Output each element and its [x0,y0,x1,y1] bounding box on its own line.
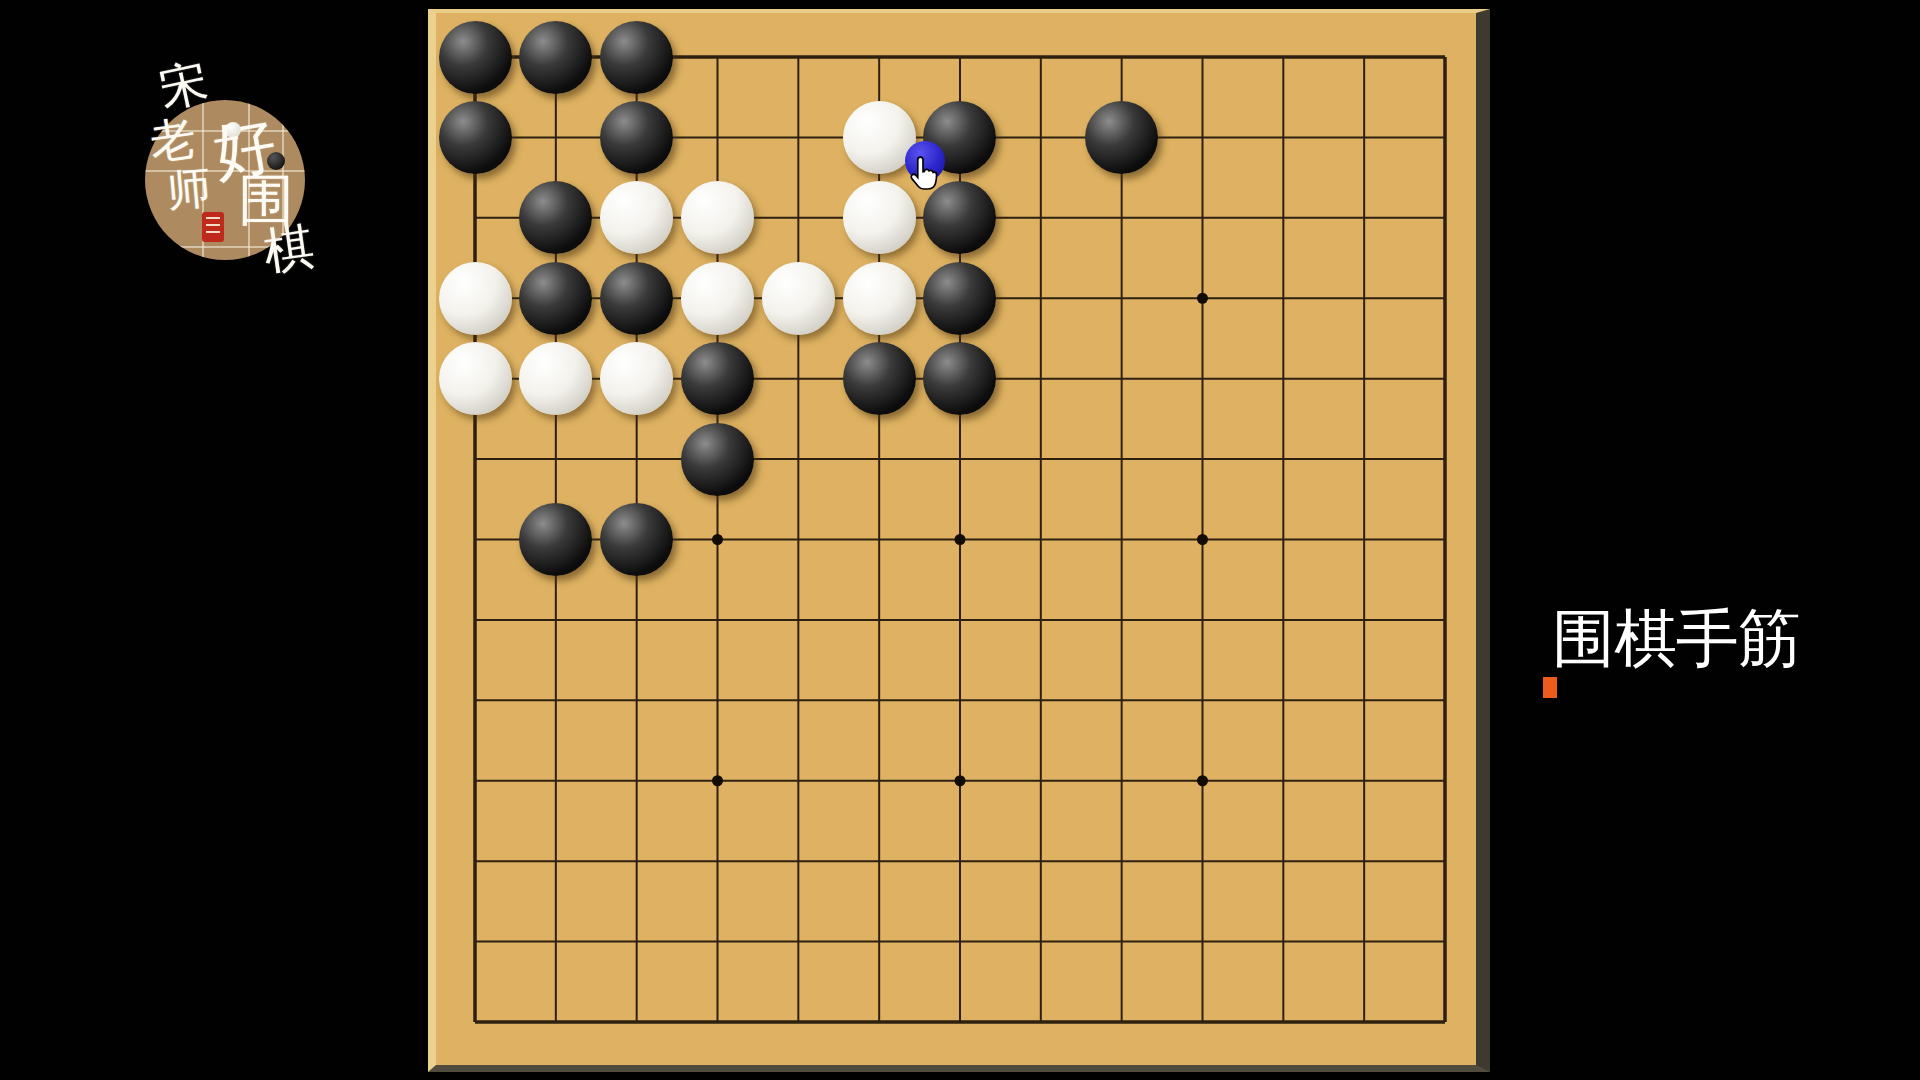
black-stone [923,262,996,335]
black-stone [600,21,673,94]
logo-char-shi: 师 [165,166,213,214]
black-stone [681,342,754,415]
star-point [712,775,723,786]
white-stone [439,262,512,335]
logo-char-song: 宋 [156,58,213,115]
white-stone [600,181,673,254]
black-stone [600,101,673,174]
logo-char-lao: 老 [147,115,199,167]
white-stone [762,262,835,335]
white-stone [843,262,916,335]
white-stone [843,181,916,254]
go-board[interactable] [428,9,1490,1072]
star-point [1197,293,1208,304]
hand-cursor-icon [906,156,940,200]
star-point [1197,775,1208,786]
video-frame: 宋 老 师 好 围 棋 围棋手筋 [0,0,1920,1080]
white-stone [681,262,754,335]
caption-bullet-marker [1543,677,1557,698]
black-stone [600,503,673,576]
star-point [954,534,965,545]
caption-title: 围棋手筋 [1552,596,1800,682]
black-stone [843,342,916,415]
white-stone [439,342,512,415]
black-stone [519,21,592,94]
black-stone [519,503,592,576]
black-stone [600,262,673,335]
star-point [954,775,965,786]
black-stone [681,423,754,496]
logo-red-seal [202,212,224,242]
star-point [1197,534,1208,545]
white-stone [681,181,754,254]
white-stone [600,342,673,415]
star-point [712,534,723,545]
black-stone [1085,101,1158,174]
white-stone [519,342,592,415]
black-stone [519,262,592,335]
logo-char-wei: 围 [238,172,294,228]
logo-char-qi: 棋 [261,221,317,277]
black-stone [439,101,512,174]
black-stone [439,21,512,94]
